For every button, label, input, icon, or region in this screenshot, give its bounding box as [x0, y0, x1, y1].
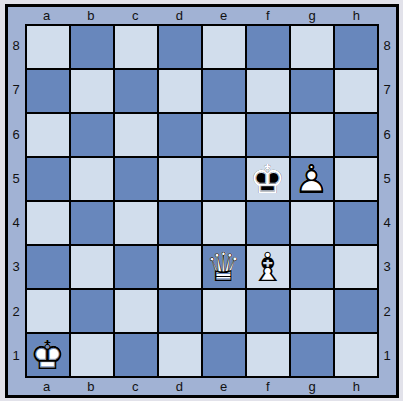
square-d4[interactable] — [159, 202, 201, 244]
square-b8[interactable] — [71, 26, 113, 68]
piece-black-king[interactable]: ♚♔ — [247, 158, 289, 200]
piece-fill-glyph: ♚ — [27, 334, 69, 376]
square-d6[interactable] — [159, 114, 201, 156]
corner-spacer — [8, 7, 25, 24]
rank-label-2-right: 2 — [383, 305, 390, 318]
rank-label-1-left: 1 — [12, 349, 19, 362]
rank-labels-right: 87654321 — [379, 24, 396, 378]
square-h1[interactable] — [335, 334, 377, 376]
square-a8[interactable] — [27, 26, 69, 68]
square-g7[interactable] — [291, 70, 333, 112]
square-c7[interactable] — [115, 70, 157, 112]
rank-label-3-left: 3 — [12, 260, 19, 273]
file-label-e-bottom: e — [220, 380, 227, 393]
rank-label-5-left: 5 — [12, 172, 19, 185]
file-label-h-top: h — [353, 9, 360, 22]
square-h8[interactable] — [335, 26, 377, 68]
rank-label-1-right: 1 — [383, 349, 390, 362]
file-label-f-top: f — [266, 9, 270, 22]
square-c4[interactable] — [115, 202, 157, 244]
square-c3[interactable] — [115, 246, 157, 288]
square-a1[interactable]: ♚♔ — [27, 334, 69, 376]
piece-outline-glyph: ♔ — [27, 334, 69, 376]
square-h4[interactable] — [335, 202, 377, 244]
square-h3[interactable] — [335, 246, 377, 288]
square-e5[interactable] — [203, 158, 245, 200]
rank-label-5-right: 5 — [383, 172, 390, 185]
corner-spacer — [379, 378, 396, 395]
chess-diagram-page: abcdefgh 87654321 ♚♔♟♙♛♕♝♗♚♔ 87654321 ab… — [0, 0, 403, 401]
file-labels-top: abcdefgh — [25, 7, 379, 24]
square-c8[interactable] — [115, 26, 157, 68]
square-f3[interactable]: ♝♗ — [247, 246, 289, 288]
square-h6[interactable] — [335, 114, 377, 156]
file-label-d-top: d — [176, 9, 183, 22]
piece-outline-glyph: ♗ — [247, 246, 289, 288]
square-b3[interactable] — [71, 246, 113, 288]
rank-label-6-right: 6 — [383, 128, 390, 141]
piece-white-king[interactable]: ♚♔ — [27, 334, 69, 376]
square-a5[interactable] — [27, 158, 69, 200]
file-label-c-top: c — [132, 9, 139, 22]
piece-outline-glyph: ♙ — [291, 158, 333, 200]
square-e7[interactable] — [203, 70, 245, 112]
square-d3[interactable] — [159, 246, 201, 288]
square-b4[interactable] — [71, 202, 113, 244]
square-a7[interactable] — [27, 70, 69, 112]
chess-board: ♚♔♟♙♛♕♝♗♚♔ — [25, 24, 379, 378]
rank-label-6-left: 6 — [12, 128, 19, 141]
square-c5[interactable] — [115, 158, 157, 200]
square-e6[interactable] — [203, 114, 245, 156]
square-f5[interactable]: ♚♔ — [247, 158, 289, 200]
file-label-b-top: b — [87, 9, 94, 22]
chess-diagram: abcdefgh 87654321 ♚♔♟♙♛♕♝♗♚♔ 87654321 ab… — [8, 7, 396, 395]
square-h7[interactable] — [335, 70, 377, 112]
square-g4[interactable] — [291, 202, 333, 244]
square-e2[interactable] — [203, 290, 245, 332]
square-b5[interactable] — [71, 158, 113, 200]
square-f2[interactable] — [247, 290, 289, 332]
square-c1[interactable] — [115, 334, 157, 376]
board-frame: abcdefgh 87654321 ♚♔♟♙♛♕♝♗♚♔ 87654321 ab… — [5, 4, 399, 398]
square-f6[interactable] — [247, 114, 289, 156]
square-d7[interactable] — [159, 70, 201, 112]
piece-fill-glyph: ♚ — [247, 158, 289, 200]
file-label-g-top: g — [309, 9, 316, 22]
square-b7[interactable] — [71, 70, 113, 112]
square-b1[interactable] — [71, 334, 113, 376]
file-label-g-bottom: g — [309, 380, 316, 393]
piece-fill-glyph: ♛ — [203, 246, 245, 288]
square-a3[interactable] — [27, 246, 69, 288]
rank-labels-left: 87654321 — [8, 24, 25, 378]
square-g5[interactable]: ♟♙ — [291, 158, 333, 200]
rank-label-8-right: 8 — [383, 39, 390, 52]
square-f7[interactable] — [247, 70, 289, 112]
file-label-a-bottom: a — [43, 380, 50, 393]
rank-label-4-left: 4 — [12, 216, 19, 229]
square-g2[interactable] — [291, 290, 333, 332]
square-g3[interactable] — [291, 246, 333, 288]
square-e3[interactable]: ♛♕ — [203, 246, 245, 288]
square-b2[interactable] — [71, 290, 113, 332]
square-a4[interactable] — [27, 202, 69, 244]
square-g6[interactable] — [291, 114, 333, 156]
square-e1[interactable] — [203, 334, 245, 376]
square-f4[interactable] — [247, 202, 289, 244]
file-label-h-bottom: h — [353, 380, 360, 393]
piece-outline-glyph: ♔ — [247, 158, 289, 200]
corner-spacer — [8, 378, 25, 395]
square-b6[interactable] — [71, 114, 113, 156]
file-label-e-top: e — [220, 9, 227, 22]
square-c2[interactable] — [115, 290, 157, 332]
square-g8[interactable] — [291, 26, 333, 68]
rank-label-3-right: 3 — [383, 260, 390, 273]
piece-white-queen[interactable]: ♛♕ — [203, 246, 245, 288]
square-f1[interactable] — [247, 334, 289, 376]
rank-label-2-left: 2 — [12, 305, 19, 318]
square-e8[interactable] — [203, 26, 245, 68]
rank-label-8-left: 8 — [12, 39, 19, 52]
file-label-d-bottom: d — [176, 380, 183, 393]
piece-fill-glyph: ♟ — [291, 158, 333, 200]
file-label-a-top: a — [43, 9, 50, 22]
square-f8[interactable] — [247, 26, 289, 68]
square-g1[interactable] — [291, 334, 333, 376]
square-c6[interactable] — [115, 114, 157, 156]
square-a2[interactable] — [27, 290, 69, 332]
square-d2[interactable] — [159, 290, 201, 332]
square-d1[interactable] — [159, 334, 201, 376]
square-d8[interactable] — [159, 26, 201, 68]
file-labels-bottom: abcdefgh — [25, 378, 379, 395]
rank-label-4-right: 4 — [383, 216, 390, 229]
square-h5[interactable] — [335, 158, 377, 200]
piece-white-bishop[interactable]: ♝♗ — [247, 246, 289, 288]
square-e4[interactable] — [203, 202, 245, 244]
square-d5[interactable] — [159, 158, 201, 200]
piece-fill-glyph: ♝ — [247, 246, 289, 288]
rank-label-7-right: 7 — [383, 83, 390, 96]
square-h2[interactable] — [335, 290, 377, 332]
file-label-f-bottom: f — [266, 380, 270, 393]
file-label-b-bottom: b — [87, 380, 94, 393]
square-a6[interactable] — [27, 114, 69, 156]
piece-white-pawn[interactable]: ♟♙ — [291, 158, 333, 200]
corner-spacer — [379, 7, 396, 24]
rank-label-7-left: 7 — [12, 83, 19, 96]
file-label-c-bottom: c — [132, 380, 139, 393]
piece-outline-glyph: ♕ — [203, 246, 245, 288]
